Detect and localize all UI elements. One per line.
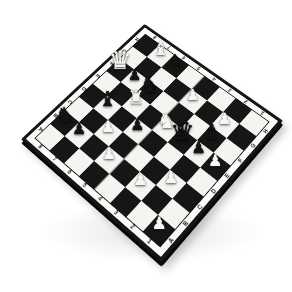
file-label-bottom-d: D: [210, 188, 217, 195]
file-label-top-e: E: [94, 73, 100, 78]
rank-label-right-3: 3: [227, 88, 233, 93]
file-label-top-d: D: [80, 86, 87, 92]
file-label-bottom-a: A: [167, 237, 175, 244]
board-coordinate-margin: AA11BB22CC33DD44EE55FF66GG77HH88: [26, 28, 278, 257]
rank-label-right-5: 5: [196, 66, 202, 71]
file-label-bottom-g: G: [249, 142, 256, 148]
rank-label-right-6: 6: [181, 55, 187, 60]
rank-label-right-4: 4: [211, 77, 217, 82]
board-grid: [34, 34, 269, 248]
file-label-top-c: C: [66, 99, 73, 105]
file-label-top-a: A: [37, 126, 44, 132]
scene-3d: AA11BB22CC33DD44EE55FF66GG77HH88: [0, 0, 292, 292]
rank-label-left-3: 3: [112, 210, 119, 217]
rank-label-right-2: 2: [243, 99, 249, 104]
product-photo: AA11BB22CC33DD44EE55FF66GG77HH88 ♛♝♜♞♟♟♟…: [0, 0, 292, 292]
rank-label-left-5: 5: [81, 182, 87, 188]
file-label-bottom-e: E: [223, 172, 230, 178]
file-label-bottom-c: C: [196, 204, 203, 211]
file-label-bottom-h: H: [262, 128, 269, 134]
file-label-bottom-b: B: [182, 220, 190, 227]
rank-label-left-8: 8: [37, 144, 43, 150]
scene-rotation: AA11BB22CC33DD44EE55FF66GG77HH88: [0, 0, 292, 292]
rank-label-left-2: 2: [129, 224, 136, 231]
rank-label-left-4: 4: [96, 196, 102, 202]
file-label-top-b: B: [52, 112, 59, 118]
rank-label-right-7: 7: [166, 45, 172, 50]
rank-label-right-1: 1: [259, 111, 265, 117]
rank-label-left-7: 7: [51, 157, 57, 163]
rank-label-left-6: 6: [66, 169, 72, 175]
file-label-top-f: F: [108, 61, 114, 66]
file-label-bottom-f: F: [237, 157, 244, 163]
rank-label-right-8: 8: [152, 35, 158, 40]
rank-label-left-1: 1: [145, 238, 152, 245]
file-label-top-g: G: [120, 48, 127, 53]
chess-board: AA11BB22CC33DD44EE55FF66GG77HH88: [21, 24, 283, 262]
file-label-top-h: H: [133, 36, 139, 41]
